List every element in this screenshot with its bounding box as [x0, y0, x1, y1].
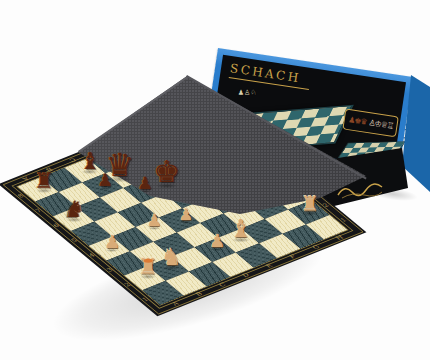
lineup-dark-pieces: ♟♚♛: [348, 115, 368, 127]
lineup-light-pieces: ♙♔♕♖: [368, 118, 394, 131]
box-art-piece-lineup-frame: ♟♚♛ ♙♔♕♖: [342, 109, 399, 138]
product-photo-scene: SCHACH ♟♙♘ ♟♚♛ ♙♔♕♖ SCHACH ABCDEFGH ABCD…: [0, 0, 430, 360]
box-title: SCHACH: [229, 61, 312, 90]
box-art-pieces: ♟♙♘: [238, 89, 257, 97]
